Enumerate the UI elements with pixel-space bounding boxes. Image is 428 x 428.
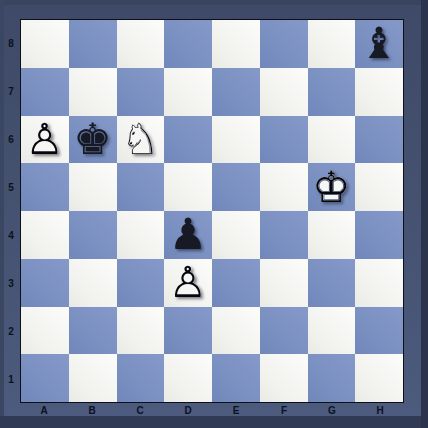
- square-e5[interactable]: [212, 163, 260, 211]
- square-d5[interactable]: [164, 163, 212, 211]
- square-h2[interactable]: [355, 307, 403, 355]
- square-f4[interactable]: [260, 211, 308, 259]
- file-label: C: [116, 402, 164, 418]
- file-labels: ABCDEFGH: [20, 402, 404, 418]
- square-d2[interactable]: [164, 307, 212, 355]
- square-c2[interactable]: [117, 307, 165, 355]
- chess-board-frame: 87654321 ABCDEFGH ♝♟♙♚♞♘♚♔♟♟♙: [0, 0, 428, 428]
- file-label: H: [356, 402, 404, 418]
- chess-board: ♝♟♙♚♞♘♚♔♟♟♙: [20, 19, 404, 403]
- square-c5[interactable]: [117, 163, 165, 211]
- square-d3[interactable]: ♟♙: [164, 259, 212, 307]
- square-g5[interactable]: ♚♔: [308, 163, 356, 211]
- piece-white-king[interactable]: ♚♔: [308, 163, 356, 211]
- piece-white-pawn[interactable]: ♟♙: [164, 259, 212, 307]
- rank-labels: 87654321: [2, 19, 20, 403]
- square-e4[interactable]: [212, 211, 260, 259]
- square-e2[interactable]: [212, 307, 260, 355]
- rank-label: 2: [2, 307, 20, 355]
- square-e3[interactable]: [212, 259, 260, 307]
- square-b7[interactable]: [69, 68, 117, 116]
- square-c8[interactable]: [117, 20, 165, 68]
- square-b2[interactable]: [69, 307, 117, 355]
- square-a5[interactable]: [21, 163, 69, 211]
- square-c1[interactable]: [117, 354, 165, 402]
- square-d1[interactable]: [164, 354, 212, 402]
- piece-white-pawn[interactable]: ♟♙: [21, 116, 69, 164]
- square-h7[interactable]: [355, 68, 403, 116]
- rank-label: 3: [2, 259, 20, 307]
- square-d7[interactable]: [164, 68, 212, 116]
- piece-solid-glyph: ♝: [355, 20, 403, 68]
- square-g3[interactable]: [308, 259, 356, 307]
- piece-black-king[interactable]: ♚: [69, 116, 117, 164]
- square-b1[interactable]: [69, 354, 117, 402]
- square-b5[interactable]: [69, 163, 117, 211]
- square-g8[interactable]: [308, 20, 356, 68]
- piece-outline-glyph: ♙: [21, 116, 69, 164]
- square-f7[interactable]: [260, 68, 308, 116]
- piece-fill-glyph: ♚: [308, 163, 356, 211]
- square-a3[interactable]: [21, 259, 69, 307]
- square-b3[interactable]: [69, 259, 117, 307]
- square-a6[interactable]: ♟♙: [21, 116, 69, 164]
- square-g1[interactable]: [308, 354, 356, 402]
- square-f2[interactable]: [260, 307, 308, 355]
- square-c3[interactable]: [117, 259, 165, 307]
- square-a7[interactable]: [21, 68, 69, 116]
- piece-fill-glyph: ♟: [21, 116, 69, 164]
- square-a2[interactable]: [21, 307, 69, 355]
- piece-white-knight[interactable]: ♞♘: [117, 116, 165, 164]
- square-f5[interactable]: [260, 163, 308, 211]
- square-c6[interactable]: ♞♘: [117, 116, 165, 164]
- file-label: G: [308, 402, 356, 418]
- piece-fill-glyph: ♞: [117, 116, 165, 164]
- file-label: B: [68, 402, 116, 418]
- square-a1[interactable]: [21, 354, 69, 402]
- rank-label: 6: [2, 115, 20, 163]
- square-h4[interactable]: [355, 211, 403, 259]
- square-g6[interactable]: [308, 116, 356, 164]
- square-h3[interactable]: [355, 259, 403, 307]
- rank-label: 8: [2, 19, 20, 67]
- square-e6[interactable]: [212, 116, 260, 164]
- square-f6[interactable]: [260, 116, 308, 164]
- square-e8[interactable]: [212, 20, 260, 68]
- square-f1[interactable]: [260, 354, 308, 402]
- square-c4[interactable]: [117, 211, 165, 259]
- square-d6[interactable]: [164, 116, 212, 164]
- square-h5[interactable]: [355, 163, 403, 211]
- piece-fill-glyph: ♟: [164, 259, 212, 307]
- square-b8[interactable]: [69, 20, 117, 68]
- piece-solid-glyph: ♟: [164, 211, 212, 259]
- rank-label: 7: [2, 67, 20, 115]
- square-e7[interactable]: [212, 68, 260, 116]
- file-label: E: [212, 402, 260, 418]
- square-d4[interactable]: ♟: [164, 211, 212, 259]
- square-g2[interactable]: [308, 307, 356, 355]
- file-label: F: [260, 402, 308, 418]
- piece-black-pawn[interactable]: ♟: [164, 211, 212, 259]
- square-d8[interactable]: [164, 20, 212, 68]
- rank-label: 5: [2, 163, 20, 211]
- square-a8[interactable]: [21, 20, 69, 68]
- square-f3[interactable]: [260, 259, 308, 307]
- square-e1[interactable]: [212, 354, 260, 402]
- square-h1[interactable]: [355, 354, 403, 402]
- square-f8[interactable]: [260, 20, 308, 68]
- rank-label: 4: [2, 211, 20, 259]
- piece-black-bishop[interactable]: ♝: [355, 20, 403, 68]
- piece-outline-glyph: ♙: [164, 259, 212, 307]
- square-a4[interactable]: [21, 211, 69, 259]
- square-b4[interactable]: [69, 211, 117, 259]
- square-b6[interactable]: ♚: [69, 116, 117, 164]
- file-label: A: [20, 402, 68, 418]
- file-label: D: [164, 402, 212, 418]
- square-c7[interactable]: [117, 68, 165, 116]
- square-g7[interactable]: [308, 68, 356, 116]
- square-h8[interactable]: ♝: [355, 20, 403, 68]
- piece-solid-glyph: ♚: [69, 116, 117, 164]
- square-h6[interactable]: [355, 116, 403, 164]
- piece-outline-glyph: ♘: [117, 116, 165, 164]
- square-g4[interactable]: [308, 211, 356, 259]
- rank-label: 1: [2, 355, 20, 403]
- piece-outline-glyph: ♔: [308, 163, 356, 211]
